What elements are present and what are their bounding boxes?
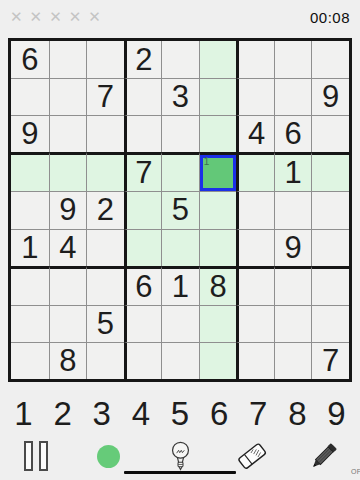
cell-r4c6[interactable]: 1	[199, 152, 237, 191]
pause-button[interactable]	[6, 437, 66, 475]
cell-r3c9[interactable]	[311, 115, 349, 152]
numpad-key-1[interactable]: 1	[7, 397, 41, 430]
pause-icon	[24, 441, 48, 471]
cell-r9c7[interactable]	[236, 342, 274, 379]
cell-r1c3[interactable]	[86, 41, 124, 78]
cell-r7c9[interactable]	[311, 266, 349, 305]
cell-r7c7[interactable]	[236, 266, 274, 305]
cell-r1c5[interactable]	[161, 41, 199, 78]
cell-r3c2[interactable]	[49, 115, 87, 152]
cell-r7c6[interactable]: 8	[199, 266, 237, 305]
cell-r1c4[interactable]: 2	[124, 41, 162, 78]
cell-r7c2[interactable]	[49, 266, 87, 305]
lightbulb-icon	[169, 440, 192, 473]
number-pad: 1 2 3 4 5 6 7 8 9	[4, 392, 356, 434]
cell-r2c2[interactable]	[49, 78, 87, 115]
cell-r2c6[interactable]	[199, 78, 237, 115]
color-marker-button[interactable]	[78, 437, 138, 475]
cell-r4c5[interactable]	[161, 152, 199, 191]
numpad-key-8[interactable]: 8	[280, 397, 314, 430]
cell-r8c6[interactable]	[199, 305, 237, 342]
eraser-icon	[236, 441, 268, 471]
cell-r1c6[interactable]	[199, 41, 237, 78]
cell-r8c3[interactable]: 5	[86, 305, 124, 342]
cell-r7c5[interactable]: 1	[161, 266, 199, 305]
cell-r9c2[interactable]: 8	[49, 342, 87, 379]
cell-r8c8[interactable]	[274, 305, 312, 342]
cell-r9c6[interactable]	[199, 342, 237, 379]
cell-r3c4[interactable]	[124, 115, 162, 152]
cell-r5c2[interactable]: 9	[49, 191, 87, 228]
cell-r1c2[interactable]	[49, 41, 87, 78]
hint-button[interactable]	[150, 437, 210, 475]
cell-r2c4[interactable]	[124, 78, 162, 115]
cell-r6c2[interactable]: 4	[49, 229, 87, 266]
mistake-slots: ✕ ✕ ✕ ✕ ✕	[10, 10, 101, 25]
cell-r1c8[interactable]	[274, 41, 312, 78]
numpad-key-6[interactable]: 6	[202, 397, 236, 430]
timer: 00:08	[310, 9, 350, 26]
cell-r3c3[interactable]	[86, 115, 124, 152]
toolbar-underline	[124, 471, 236, 474]
cell-r2c5[interactable]: 3	[161, 78, 199, 115]
cell-r3c8[interactable]: 6	[274, 115, 312, 152]
cell-r2c1[interactable]	[11, 78, 49, 115]
numpad-key-9[interactable]: 9	[319, 397, 353, 430]
cell-r5c4[interactable]	[124, 191, 162, 228]
cell-r1c1[interactable]: 6	[11, 41, 49, 78]
cell-r7c8[interactable]	[274, 266, 312, 305]
pencil-off-label: OFF	[351, 468, 360, 475]
x-mark-icon: ✕	[49, 10, 62, 25]
cell-r5c7[interactable]	[236, 191, 274, 228]
cell-r4c4[interactable]: 7	[124, 152, 162, 191]
cell-r6c3[interactable]	[86, 229, 124, 266]
pencil-icon	[306, 439, 342, 473]
cell-r8c7[interactable]	[236, 305, 274, 342]
cell-r2c9[interactable]: 9	[311, 78, 349, 115]
cell-r3c5[interactable]	[161, 115, 199, 152]
cell-r7c4[interactable]: 6	[124, 266, 162, 305]
cell-r6c1[interactable]: 1	[11, 229, 49, 266]
top-bar: ✕ ✕ ✕ ✕ ✕ 00:08	[0, 0, 360, 28]
cell-r9c8[interactable]	[274, 342, 312, 379]
cell-r5c5[interactable]: 5	[161, 191, 199, 228]
pencil-mark: 1	[204, 156, 210, 167]
cell-r9c4[interactable]	[124, 342, 162, 379]
toolbar: OFF	[0, 436, 360, 476]
cell-r8c5[interactable]	[161, 305, 199, 342]
cell-r4c7[interactable]	[236, 152, 274, 191]
green-circle-icon	[97, 445, 120, 468]
cell-r2c7[interactable]	[236, 78, 274, 115]
cell-r3c1[interactable]: 9	[11, 115, 49, 152]
x-mark-icon: ✕	[88, 10, 101, 25]
numpad-key-3[interactable]: 3	[85, 397, 119, 430]
cell-r2c8[interactable]	[274, 78, 312, 115]
cell-r8c9[interactable]	[311, 305, 349, 342]
cell-r6c4[interactable]	[124, 229, 162, 266]
cell-r8c4[interactable]	[124, 305, 162, 342]
pencil-notes-toggle[interactable]: OFF	[294, 437, 354, 475]
cell-r7c3[interactable]	[86, 266, 124, 305]
cell-r5c3[interactable]: 2	[86, 191, 124, 228]
cell-r1c7[interactable]	[236, 41, 274, 78]
cell-r4c8[interactable]: 1	[274, 152, 312, 191]
cell-r4c2[interactable]	[49, 152, 87, 191]
numpad-key-4[interactable]: 4	[124, 397, 158, 430]
cell-r7c1[interactable]	[11, 266, 49, 305]
cell-r6c6[interactable]	[199, 229, 237, 266]
x-mark-icon: ✕	[30, 10, 43, 25]
cell-r1c9[interactable]	[311, 41, 349, 78]
cell-r6c5[interactable]	[161, 229, 199, 266]
x-mark-icon: ✕	[69, 10, 82, 25]
cell-r8c1[interactable]	[11, 305, 49, 342]
numpad-key-5[interactable]: 5	[163, 397, 197, 430]
cell-r6c7[interactable]	[236, 229, 274, 266]
cell-r9c5[interactable]	[161, 342, 199, 379]
numpad-key-2[interactable]: 2	[46, 397, 80, 430]
cell-r4c3[interactable]	[86, 152, 124, 191]
sudoku-board[interactable]: 62739946711925149618587	[8, 38, 352, 382]
cell-r2c3[interactable]: 7	[86, 78, 124, 115]
cell-r3c7[interactable]: 4	[236, 115, 274, 152]
cell-r4c9[interactable]	[311, 152, 349, 191]
cell-r5c9[interactable]	[311, 191, 349, 228]
cell-r4c1[interactable]	[11, 152, 49, 191]
cell-r6c9[interactable]	[311, 229, 349, 266]
cell-r9c9[interactable]: 7	[311, 342, 349, 379]
cell-r6c8[interactable]: 9	[274, 229, 312, 266]
numpad-key-7[interactable]: 7	[241, 397, 275, 430]
cell-r8c2[interactable]	[49, 305, 87, 342]
eraser-button[interactable]	[222, 437, 282, 475]
cell-r9c3[interactable]	[86, 342, 124, 379]
cell-r5c8[interactable]	[274, 191, 312, 228]
cell-r5c1[interactable]	[11, 191, 49, 228]
cell-r9c1[interactable]	[11, 342, 49, 379]
cell-r5c6[interactable]	[199, 191, 237, 228]
cell-r3c6[interactable]	[199, 115, 237, 152]
x-mark-icon: ✕	[10, 10, 23, 25]
